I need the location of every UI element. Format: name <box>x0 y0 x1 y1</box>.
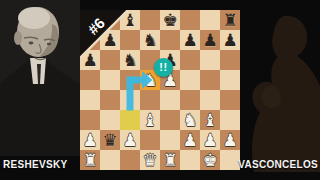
square-c5[interactable] <box>120 70 140 90</box>
square-f2[interactable]: ♟ <box>180 130 200 150</box>
square-e3[interactable] <box>160 110 180 130</box>
square-b7[interactable]: ♟ <box>100 30 120 50</box>
square-h8[interactable]: ♜ <box>220 10 240 30</box>
square-b8[interactable] <box>100 10 120 30</box>
black-P-b7: ♟ <box>100 30 120 50</box>
square-g7[interactable]: ♟ <box>200 30 220 50</box>
square-d8[interactable] <box>140 10 160 30</box>
square-d3[interactable]: ♝ <box>140 110 160 130</box>
white-P-a2: ♟ <box>80 130 100 150</box>
white-R-a1: ♜ <box>80 150 100 170</box>
square-c6[interactable]: ♞ <box>120 50 140 70</box>
white-player-name: RESHEVSKY <box>3 159 67 171</box>
square-b5[interactable] <box>100 70 120 90</box>
square-b6[interactable] <box>100 50 120 70</box>
square-f4[interactable] <box>180 90 200 110</box>
square-b3[interactable] <box>100 110 120 130</box>
square-c3[interactable] <box>120 110 140 130</box>
black-R-h8: ♜ <box>220 10 240 30</box>
square-h3[interactable] <box>220 110 240 130</box>
square-c8[interactable]: ♝ <box>120 10 140 30</box>
white-P-c2: ♟ <box>120 130 140 150</box>
white-Q-d1: ♛ <box>140 150 160 170</box>
square-h2[interactable]: ♟ <box>220 130 240 150</box>
square-g6[interactable] <box>200 50 220 70</box>
square-h1[interactable] <box>220 150 240 170</box>
square-h6[interactable] <box>220 50 240 70</box>
square-g8[interactable] <box>200 10 220 30</box>
black-N-c6: ♞ <box>120 50 140 70</box>
square-g5[interactable] <box>200 70 220 90</box>
square-c4[interactable] <box>120 90 140 110</box>
square-a8[interactable]: ♜ <box>80 10 100 30</box>
white-B-g3: ♝ <box>200 110 220 130</box>
square-d4[interactable] <box>140 90 160 110</box>
black-player-name: VASCONCELOS <box>238 159 318 171</box>
white-P-g2: ♟ <box>200 130 220 150</box>
black-P-h7: ♟ <box>220 30 240 50</box>
white-player-photo <box>0 0 80 180</box>
square-a6[interactable]: ♟ <box>80 50 100 70</box>
square-c7[interactable] <box>120 30 140 50</box>
black-K-e8: ♚ <box>160 10 180 30</box>
square-f6[interactable] <box>180 50 200 70</box>
square-h5[interactable] <box>220 70 240 90</box>
square-d7[interactable]: ♞ <box>140 30 160 50</box>
square-g1[interactable]: ♚ <box>200 150 220 170</box>
black-player-silhouette <box>240 0 320 180</box>
square-b1[interactable] <box>100 150 120 170</box>
chess-board: ♜♝♚♜♟♞♟♟♟♟♞♟♞♟♝♞♝♟♛♟♟♟♟♜♛♜♚ <box>80 10 240 170</box>
square-f5[interactable] <box>180 70 200 90</box>
square-c1[interactable] <box>120 150 140 170</box>
black-P-a6: ♟ <box>80 50 100 70</box>
double-exclam-badge: !! <box>154 58 173 77</box>
black-N-d7: ♞ <box>140 30 160 50</box>
black-B-c8: ♝ <box>120 10 140 30</box>
square-d2[interactable] <box>140 130 160 150</box>
white-N-f3: ♞ <box>180 110 200 130</box>
white-K-g1: ♚ <box>200 150 220 170</box>
square-c2[interactable]: ♟ <box>120 130 140 150</box>
black-R-a8: ♜ <box>80 10 100 30</box>
chess-puzzle-thumbnail: ♜♝♚♜♟♞♟♟♟♟♞♟♞♟♝♞♝♟♛♟♟♟♟♜♛♜♚ !! #6 RESHEV… <box>0 0 320 180</box>
square-f8[interactable] <box>180 10 200 30</box>
square-f1[interactable] <box>180 150 200 170</box>
square-b2[interactable]: ♛ <box>100 130 120 150</box>
square-h4[interactable] <box>220 90 240 110</box>
square-e1[interactable]: ♜ <box>160 150 180 170</box>
black-P-f7: ♟ <box>180 30 200 50</box>
square-g3[interactable]: ♝ <box>200 110 220 130</box>
square-a7[interactable] <box>80 30 100 50</box>
square-d1[interactable]: ♛ <box>140 150 160 170</box>
square-a4[interactable] <box>80 90 100 110</box>
square-e4[interactable] <box>160 90 180 110</box>
square-h7[interactable]: ♟ <box>220 30 240 50</box>
square-e8[interactable]: ♚ <box>160 10 180 30</box>
square-a3[interactable] <box>80 110 100 130</box>
white-P-h2: ♟ <box>220 130 240 150</box>
square-a5[interactable] <box>80 70 100 90</box>
square-e2[interactable] <box>160 130 180 150</box>
black-P-g7: ♟ <box>200 30 220 50</box>
square-g4[interactable] <box>200 90 220 110</box>
white-B-d3: ♝ <box>140 110 160 130</box>
square-b4[interactable] <box>100 90 120 110</box>
square-g2[interactable]: ♟ <box>200 130 220 150</box>
square-f7[interactable]: ♟ <box>180 30 200 50</box>
square-a1[interactable]: ♜ <box>80 150 100 170</box>
square-a2[interactable]: ♟ <box>80 130 100 150</box>
square-f3[interactable]: ♞ <box>180 110 200 130</box>
white-R-e1: ♜ <box>160 150 180 170</box>
square-e7[interactable] <box>160 30 180 50</box>
black-Q-b2: ♛ <box>100 130 120 150</box>
white-P-f2: ♟ <box>180 130 200 150</box>
